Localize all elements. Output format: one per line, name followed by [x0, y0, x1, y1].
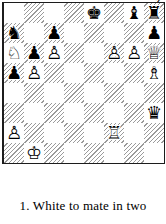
square-c1 — [44, 143, 64, 163]
square-g7 — [124, 23, 144, 43]
square-b5: ♙ — [24, 63, 44, 83]
square-f8 — [104, 3, 124, 23]
square-e5 — [84, 63, 104, 83]
chess-board: ♚♝♜♞♟♟♘♟♙♙♙♕♟♙♗♛♙♖♔ — [2, 2, 165, 164]
square-h7: ♟ — [144, 23, 164, 43]
piece-white-king-b1: ♔ — [26, 143, 42, 163]
square-e1 — [84, 143, 104, 163]
square-b3 — [24, 103, 44, 123]
square-f3 — [104, 103, 124, 123]
square-f2: ♖ — [104, 123, 124, 143]
square-h2 — [144, 123, 164, 143]
square-b4 — [24, 83, 44, 103]
square-h8: ♜ — [144, 3, 164, 23]
square-g5 — [124, 63, 144, 83]
square-h3: ♛ — [144, 103, 164, 123]
square-c8 — [44, 3, 64, 23]
square-c5 — [44, 63, 64, 83]
square-b2 — [24, 123, 44, 143]
square-g1 — [124, 143, 144, 163]
piece-black-queen-h3: ♛ — [146, 103, 162, 123]
square-a7: ♞ — [4, 23, 24, 43]
square-a3 — [4, 103, 24, 123]
piece-white-pawn-b5: ♙ — [26, 63, 42, 83]
square-b1: ♔ — [24, 143, 44, 163]
square-f5 — [104, 63, 124, 83]
square-h5: ♗ — [144, 63, 164, 83]
square-g6: ♙ — [124, 43, 144, 63]
square-a1 — [4, 143, 24, 163]
square-e3 — [84, 103, 104, 123]
piece-white-pawn-c6: ♙ — [46, 43, 62, 63]
square-e6 — [84, 43, 104, 63]
piece-white-pawn-g6: ♙ — [126, 43, 142, 63]
square-e7 — [84, 23, 104, 43]
piece-white-rook-f2: ♖ — [106, 123, 122, 143]
square-c3 — [44, 103, 64, 123]
piece-black-pawn-a5: ♟ — [6, 63, 22, 83]
square-b7 — [24, 23, 44, 43]
square-d8 — [64, 3, 84, 23]
square-f1 — [104, 143, 124, 163]
square-d2 — [64, 123, 84, 143]
square-d4 — [64, 83, 84, 103]
square-a5: ♟ — [4, 63, 24, 83]
square-f7 — [104, 23, 124, 43]
square-g3 — [124, 103, 144, 123]
piece-white-pawn-f6: ♙ — [106, 43, 122, 63]
square-b8 — [24, 3, 44, 23]
piece-white-queen-h6: ♕ — [146, 43, 162, 63]
square-g2 — [124, 123, 144, 143]
square-b6: ♟ — [24, 43, 44, 63]
square-g4 — [124, 83, 144, 103]
square-c2 — [44, 123, 64, 143]
piece-black-rook-h8: ♜ — [146, 3, 162, 23]
piece-black-king-e8: ♚ — [86, 3, 102, 23]
square-a4 — [4, 83, 24, 103]
square-a6: ♘ — [4, 43, 24, 63]
square-d5 — [64, 63, 84, 83]
square-a8 — [4, 3, 24, 23]
square-d6 — [64, 43, 84, 63]
square-c7: ♟ — [44, 23, 64, 43]
piece-white-knight-a6: ♘ — [6, 43, 22, 63]
square-h6: ♕ — [144, 43, 164, 63]
square-d3 — [64, 103, 84, 123]
square-f6: ♙ — [104, 43, 124, 63]
piece-black-pawn-h7: ♟ — [146, 23, 162, 43]
square-e4 — [84, 83, 104, 103]
chess-diagram-page: ʒ ♚♝♜♞♟♟♘♟♙♙♙♕♟♙♗♛♙♖♔ 1. White to mate i… — [0, 0, 166, 224]
piece-black-knight-a7: ♞ — [6, 23, 22, 43]
square-a2: ♙ — [4, 123, 24, 143]
square-e2 — [84, 123, 104, 143]
piece-black-pawn-c7: ♟ — [46, 23, 62, 43]
puzzle-caption: 1. White to mate in two — [0, 198, 166, 214]
piece-black-bishop-g8: ♝ — [126, 3, 142, 23]
square-g8: ♝ — [124, 3, 144, 23]
square-d7 — [64, 23, 84, 43]
piece-white-bishop-h5: ♗ — [146, 63, 162, 83]
square-f4 — [104, 83, 124, 103]
square-d1 — [64, 143, 84, 163]
square-c4 — [44, 83, 64, 103]
square-c6: ♙ — [44, 43, 64, 63]
square-e8: ♚ — [84, 3, 104, 23]
square-h4 — [144, 83, 164, 103]
piece-black-pawn-b6: ♟ — [26, 43, 42, 63]
piece-white-pawn-a2: ♙ — [6, 123, 22, 143]
square-h1 — [144, 143, 164, 163]
